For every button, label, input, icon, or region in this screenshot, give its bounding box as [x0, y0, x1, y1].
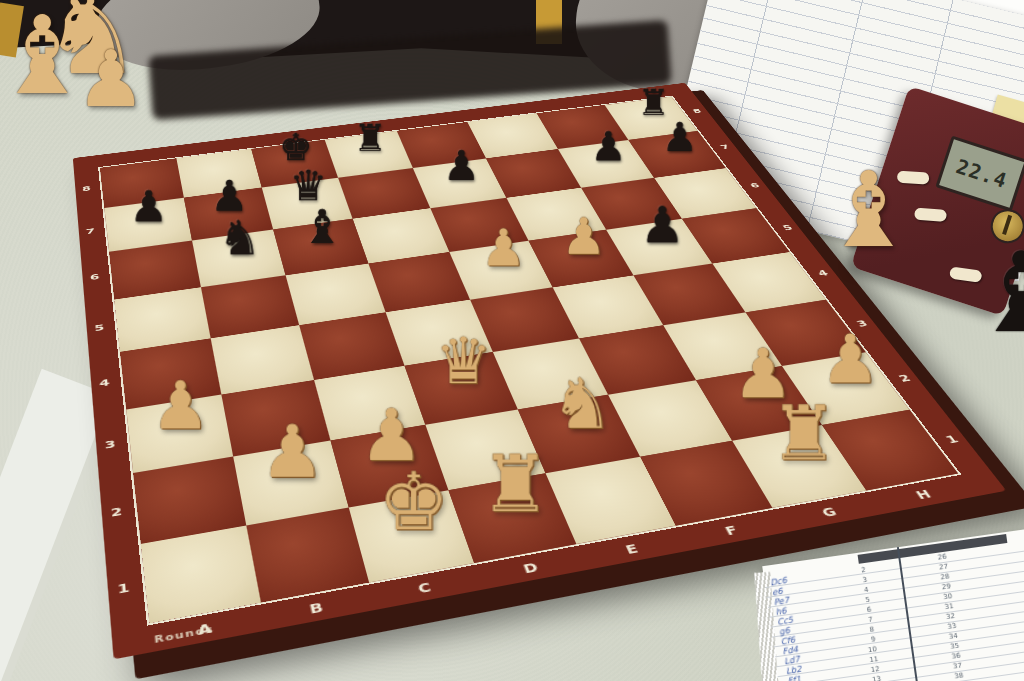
captured-white-bishop-on-frame-icon: ♝	[822, 158, 915, 262]
file-label-B: B	[308, 599, 324, 616]
black-pawn-g5: ♟	[639, 196, 684, 255]
black-bishop-c6: ♝	[301, 199, 343, 254]
square-b1	[246, 508, 369, 603]
file-label-D: D	[521, 560, 540, 577]
white-rook-g1: ♜	[769, 390, 837, 478]
black-pawn-g7: ♟	[590, 123, 626, 170]
white-pawn-f5: ♟	[560, 207, 605, 266]
rank-label-left-5: 5	[94, 322, 105, 333]
clock-button-2[interactable]	[914, 208, 947, 222]
white-knight-e2: ♞	[550, 363, 613, 444]
black-rook-d8: ♜	[353, 117, 386, 160]
captured-white-pawn-icon: ♟	[76, 40, 146, 118]
rank-label-left-6: 6	[90, 272, 100, 282]
rank-label-left-3: 3	[104, 437, 116, 450]
rank-label-right-2: 2	[896, 372, 913, 384]
file-label-C: C	[416, 579, 433, 596]
file-label-F: F	[722, 523, 740, 538]
white-pawn-a3: ♟	[150, 368, 209, 444]
white-king-c1: ♚	[377, 456, 449, 549]
white-rook-d1: ♜	[479, 439, 550, 531]
clock-display: 22.4	[935, 136, 1024, 212]
rank-label-left-8: 8	[82, 184, 91, 192]
file-label-H: H	[913, 487, 934, 502]
rank-label-right-6: 6	[748, 181, 761, 189]
black-pawn-a7: ♟	[129, 182, 167, 232]
square-h5	[682, 208, 790, 263]
black-pawn-e7: ♟	[443, 142, 480, 190]
rank-label-right-7: 7	[718, 143, 731, 151]
board-brand-text: Rounds	[154, 624, 215, 645]
square-a1	[141, 525, 261, 623]
rank-label-left-7: 7	[85, 226, 95, 235]
white-queen-d3: ♛	[434, 325, 491, 398]
white-pawn-h2: ♟	[819, 320, 879, 398]
black-knight-b6: ♞	[218, 210, 261, 265]
rank-label-right-1: 1	[942, 432, 960, 445]
file-label-G: G	[819, 504, 839, 519]
black-pawn-h7: ♟	[661, 114, 697, 160]
file-label-E: E	[623, 541, 640, 557]
move-number: 13	[866, 674, 881, 681]
rank-label-right-5: 5	[780, 223, 794, 232]
move-number: 38	[947, 670, 964, 681]
white-pawn-e5: ♟	[480, 218, 526, 278]
photo-chess-scene: { "game": "chess", "scene_description": …	[0, 0, 1024, 681]
white-pawn-b2: ♟	[259, 410, 324, 494]
captured-black-bishop-icon: ♝	[972, 238, 1024, 348]
rank-label-left-1: 1	[117, 579, 130, 596]
rank-label-left-4: 4	[99, 377, 110, 389]
rank-label-left-2: 2	[110, 505, 123, 520]
